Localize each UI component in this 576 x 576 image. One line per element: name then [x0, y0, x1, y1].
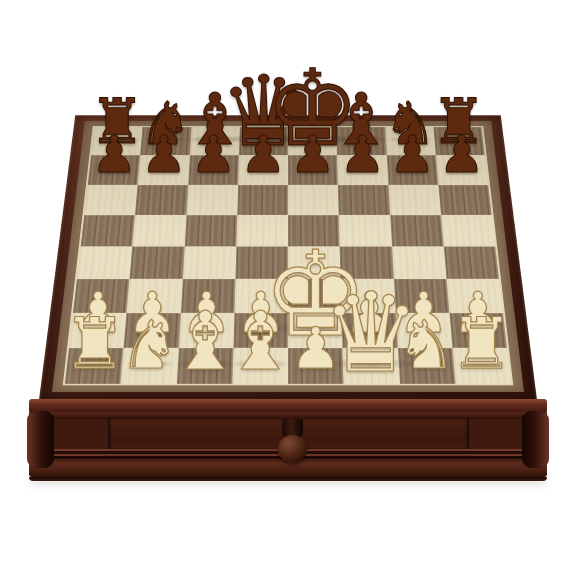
square-f1: [343, 348, 400, 384]
square-f6: [338, 185, 390, 215]
square-g8: [385, 127, 436, 155]
square-f8: [336, 127, 386, 155]
square-h2: [449, 313, 507, 348]
square-b6: [135, 185, 188, 215]
square-a4: [77, 246, 133, 279]
square-b8: [140, 127, 191, 155]
square-b5: [132, 215, 186, 246]
square-e3: [288, 279, 342, 313]
square-a3: [73, 279, 130, 313]
square-f7: [337, 155, 388, 184]
square-a7: [88, 155, 141, 184]
square-g6: [388, 185, 441, 215]
square-g5: [390, 215, 444, 246]
square-h3: [446, 279, 503, 313]
square-b3: [127, 279, 183, 313]
chess-board: [39, 115, 537, 400]
square-d3: [234, 279, 288, 313]
square-c1: [176, 348, 233, 384]
square-h1: [452, 348, 511, 384]
square-h7: [436, 155, 489, 184]
square-d6: [237, 185, 288, 215]
square-f5: [339, 215, 392, 246]
square-b1: [121, 348, 179, 384]
square-g1: [397, 348, 455, 384]
square-h4: [444, 246, 500, 279]
square-h8: [433, 127, 485, 155]
square-b4: [130, 246, 185, 279]
square-c5: [184, 215, 237, 246]
square-a6: [84, 185, 138, 215]
square-g2: [395, 313, 452, 348]
square-d2: [233, 313, 288, 348]
square-a1: [65, 348, 124, 384]
chess-set-photo: ♜♞♝♛♚♝♞♜♟♟♟♟♟♟♟♟♟♟♟♟♚♟♟♟♜♞♝♝♟♛♞♜: [0, 0, 576, 576]
box-base: [29, 462, 547, 477]
square-a5: [81, 215, 136, 246]
square-c8: [190, 127, 240, 155]
square-b7: [138, 155, 190, 184]
square-e7: [288, 155, 338, 184]
square-h6: [438, 185, 492, 215]
square-c7: [188, 155, 239, 184]
square-h5: [441, 215, 496, 246]
square-d1: [232, 348, 288, 384]
square-f4: [340, 246, 394, 279]
square-c3: [181, 279, 236, 313]
box-corner-molding-left: [27, 411, 54, 468]
square-e1: [288, 348, 344, 384]
board-squares: [63, 126, 514, 385]
square-e4: [288, 246, 341, 279]
square-a2: [69, 313, 127, 348]
square-g7: [386, 155, 438, 184]
square-e6: [288, 185, 339, 215]
box-top-rim: [29, 399, 547, 412]
square-d7: [238, 155, 288, 184]
square-f2: [342, 313, 398, 348]
square-g4: [392, 246, 447, 279]
square-d4: [235, 246, 288, 279]
square-g3: [394, 279, 450, 313]
square-e5: [288, 215, 340, 246]
square-c4: [182, 246, 236, 279]
drawer-knob: [278, 435, 307, 463]
board-margin: [52, 121, 524, 392]
square-c2: [179, 313, 235, 348]
box-bottom-edge: [29, 477, 547, 481]
square-e2: [288, 313, 343, 348]
board-frame: [39, 115, 537, 400]
square-f3: [341, 279, 396, 313]
square-d8: [239, 127, 288, 155]
square-d5: [236, 215, 288, 246]
box-corner-molding-right: [522, 411, 549, 468]
square-a8: [91, 127, 143, 155]
square-b2: [124, 313, 181, 348]
square-e8: [288, 127, 337, 155]
square-c6: [186, 185, 238, 215]
